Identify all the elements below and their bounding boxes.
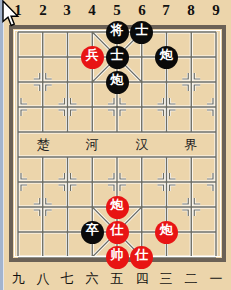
file-label-bottom: 二: [179, 270, 203, 288]
red-cannon[interactable]: 炮: [155, 221, 178, 244]
black-advisor[interactable]: 士: [106, 46, 129, 69]
file-label-bottom: 八: [31, 270, 55, 288]
red-advisor[interactable]: 仕: [130, 246, 153, 269]
file-label-bottom: 四: [130, 270, 154, 288]
black-cannon[interactable]: 炮: [106, 71, 129, 94]
black-cannon[interactable]: 炮: [155, 46, 178, 69]
file-label-bottom: 五: [105, 270, 129, 288]
mouse-cursor: [2, 0, 20, 28]
file-label-bottom: 七: [55, 270, 79, 288]
red-advisor[interactable]: 仕: [106, 221, 129, 244]
black-soldier[interactable]: 卒: [81, 221, 104, 244]
xiangqi-app: 1 2 3 4 5 6 7 8 9 楚 河 汉 界 将士兵士炮炮炮卒仕炮帅仕 九…: [0, 0, 231, 290]
file-label-bottom: 一: [204, 270, 228, 288]
black-general[interactable]: 将: [106, 21, 129, 44]
red-general[interactable]: 帅: [106, 246, 129, 269]
file-label-bottom: 九: [6, 270, 30, 288]
river-text: 汉: [130, 136, 154, 154]
river-text: 界: [179, 136, 203, 154]
red-soldier[interactable]: 兵: [81, 46, 104, 69]
file-label-bottom: 六: [80, 270, 104, 288]
river-text: 河: [80, 136, 104, 154]
black-advisor[interactable]: 士: [130, 21, 153, 44]
file-label-bottom: 三: [154, 270, 178, 288]
river-text: 楚: [31, 136, 55, 154]
red-cannon[interactable]: 炮: [106, 196, 129, 219]
